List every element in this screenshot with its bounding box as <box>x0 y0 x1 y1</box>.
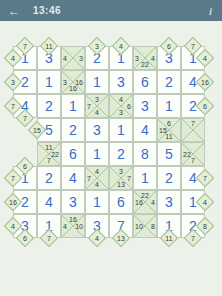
cell-value: 1 <box>93 74 101 90</box>
grid-cell-r3c3[interactable]: 1 <box>61 94 85 118</box>
cell-value: 6 <box>117 194 125 210</box>
clue-sum: 6 <box>127 103 131 110</box>
grid-cell-r7c4[interactable]: 1 <box>85 190 109 214</box>
cell-value: 1 <box>165 98 173 114</box>
cell-value: 6 <box>141 74 149 90</box>
clue-sum: 4 <box>63 223 67 230</box>
clue-sum: 7 <box>20 113 31 124</box>
grid-cell-r7c3[interactable]: 3 <box>61 190 85 214</box>
grid-cell-r6c2[interactable]: 2 <box>37 166 61 190</box>
back-arrow-icon[interactable]: ← <box>8 5 20 17</box>
clue-sum: 11 <box>165 133 172 140</box>
clue-sum: 11 <box>164 233 175 244</box>
clue-sum: 16 <box>8 197 19 208</box>
clue-sum: 4 <box>8 53 19 64</box>
clue-sum: 4 <box>200 197 211 208</box>
grid-cell-r5c7[interactable]: 5 <box>157 142 181 166</box>
cell-value: 2 <box>45 170 53 186</box>
cell-value: 3 <box>93 122 101 138</box>
grid-cell-r2c2[interactable]: 1 <box>37 70 61 94</box>
cell-value: 2 <box>69 122 77 138</box>
cell-value: 2 <box>45 98 53 114</box>
grid-cell-r5c3[interactable]: 6 <box>61 142 85 166</box>
app-bar: ← 13:46 i <box>0 0 222 21</box>
clue-sum: 4 <box>95 168 99 175</box>
cell-value: 4 <box>45 194 53 210</box>
grid-cell-r2c7[interactable]: 2 <box>157 70 181 94</box>
clue-sum: 22 <box>141 61 149 68</box>
clue-sum: 4 <box>92 233 103 244</box>
grid-cell-r5c4[interactable]: 1 <box>85 142 109 166</box>
clue-sum: 7 <box>87 175 91 182</box>
cell-value: 4 <box>69 170 77 186</box>
grid-cell-r2c6[interactable]: 6 <box>133 70 157 94</box>
clue-sum: 4 <box>116 41 127 52</box>
clue-sum: 4 <box>8 221 19 232</box>
cell-value: 2 <box>117 146 125 162</box>
clue-sum: 4 <box>95 181 99 188</box>
grid-cell-r7c2[interactable]: 4 <box>37 190 61 214</box>
grid-cell-r4c4[interactable]: 3 <box>85 118 109 142</box>
clue-sum: 7 <box>44 233 55 244</box>
cell-value: 1 <box>69 98 77 114</box>
cell-value: 3 <box>69 194 77 210</box>
clue-sum: 16 <box>69 85 77 92</box>
clue-sum: 7 <box>188 41 199 52</box>
clue-sum: 11 <box>44 41 55 52</box>
clue-sum: 6 <box>20 161 31 172</box>
cell-value: 2 <box>165 170 173 186</box>
clue-sum: 4 <box>63 55 67 62</box>
clue-sum: 3 <box>135 55 139 62</box>
clue-sum: 10 <box>75 223 83 230</box>
clue-cell-r6c4: 744 <box>85 166 109 190</box>
cell-value: 3 <box>117 74 125 90</box>
clue-sum: 6 <box>20 233 31 244</box>
clue-cell-r5c2: 11227 <box>37 142 61 166</box>
clue-cell-r1c6: 3422 <box>133 46 157 70</box>
clue-sum: 7 <box>191 120 195 127</box>
clue-sum: 6 <box>164 41 175 52</box>
grid-cell-r6c3[interactable]: 4 <box>61 166 85 190</box>
clue-cell-r6c5: 3713 <box>109 166 133 190</box>
cell-value: 1 <box>45 74 53 90</box>
clue-sum: 7 <box>200 173 211 184</box>
clue-sum: 10 <box>135 223 143 230</box>
clue-sum: 3 <box>79 55 83 62</box>
cell-value: 3 <box>165 194 173 210</box>
grid-cell-r6c6[interactable]: 1 <box>133 166 157 190</box>
clue-cell-r7c6: 16224 <box>133 190 157 214</box>
clue-cell-r8c6: 108 <box>133 214 157 238</box>
grid-cell-r7c7[interactable]: 3 <box>157 190 181 214</box>
clue-cell-r5c8: 227 <box>181 142 205 166</box>
grid-cell-r4c5[interactable]: 1 <box>109 118 133 142</box>
clue-sum: 3 <box>119 109 123 116</box>
grid-cell-r3c6[interactable]: 3 <box>133 94 157 118</box>
grid-cell-r3c7[interactable]: 1 <box>157 94 181 118</box>
clue-sum: 3 <box>92 41 103 52</box>
clue-sum: 6 <box>167 120 171 127</box>
clue-sum: 7 <box>191 157 195 164</box>
clue-sum: 13 <box>116 233 127 244</box>
cell-value: 6 <box>69 146 77 162</box>
clue-sum: 7 <box>47 157 51 164</box>
clue-sum: 22 <box>51 151 59 158</box>
info-icon[interactable]: i <box>207 5 214 17</box>
clue-sum: 7 <box>20 41 31 52</box>
cell-value: 3 <box>141 98 149 114</box>
clue-sum: 4 <box>151 199 155 206</box>
clue-cell-r3c4: 734 <box>85 94 109 118</box>
grid-cell-r5c6[interactable]: 8 <box>133 142 157 166</box>
clue-sum: 7 <box>87 103 91 110</box>
clue-sum: 8 <box>200 221 211 232</box>
cell-value: 1 <box>93 146 101 162</box>
grid-cell-r4c3[interactable]: 2 <box>61 118 85 142</box>
cell-value: 4 <box>141 122 149 138</box>
clue-cell-r3c5: 463 <box>109 94 133 118</box>
clue-sum: 16 <box>135 199 143 206</box>
grid-cell-r4c6[interactable]: 4 <box>133 118 157 142</box>
clue-sum: 8 <box>151 223 155 230</box>
cell-value: 1 <box>117 122 125 138</box>
cell-value: 5 <box>45 122 53 138</box>
grid-cell-r2c5[interactable]: 3 <box>109 70 133 94</box>
clue-sum: 4 <box>200 53 211 64</box>
clue-cell-r4c8: 7 <box>181 118 205 142</box>
clue-sum: 13 <box>117 181 125 188</box>
cell-value: 2 <box>21 194 29 210</box>
kakuro-board: 1343213422312131616136244217344633125231… <box>13 46 205 238</box>
clue-sum: 4 <box>95 109 99 116</box>
clue-cell-r2c3: 31616 <box>61 70 85 94</box>
cell-value: 5 <box>165 146 173 162</box>
grid-cell-r5c5[interactable]: 2 <box>109 142 133 166</box>
clue-sum: 4 <box>119 96 123 103</box>
cell-value: 2 <box>165 74 173 90</box>
clue-sum: 22 <box>183 151 191 158</box>
clue-sum: 7 <box>127 175 131 182</box>
clue-sum: 15 <box>32 125 43 136</box>
clue-cell-r8c3: 41610 <box>61 214 85 238</box>
grid-cell-r6c7[interactable]: 2 <box>157 166 181 190</box>
clue-sum: 7 <box>8 173 19 184</box>
grid-cell-r3c2[interactable]: 2 <box>37 94 61 118</box>
clue-sum: 3 <box>119 168 123 175</box>
clue-sum: 22 <box>141 192 149 199</box>
grid-cell-r7c5[interactable]: 6 <box>109 190 133 214</box>
cell-value: 2 <box>21 74 29 90</box>
cell-value: 1 <box>93 194 101 210</box>
timer-label: 13:46 <box>33 5 61 16</box>
cell-value: 8 <box>141 146 149 162</box>
clue-cell-r4c7: 15611 <box>157 118 181 142</box>
clue-sum: 3 <box>8 77 19 88</box>
clue-cell-r1c3: 43 <box>61 46 85 70</box>
clue-sum: 16 <box>200 77 211 88</box>
clue-sum: 6 <box>200 101 211 112</box>
cell-value: 1 <box>141 170 149 186</box>
clue-sum: 7 <box>188 233 199 244</box>
clue-sum: 3 <box>63 79 67 86</box>
clue-sum: 7 <box>8 101 19 112</box>
clue-sum: 3 <box>95 96 99 103</box>
clue-sum: 4 <box>151 55 155 62</box>
grid-cell-r2c4[interactable]: 1 <box>85 70 109 94</box>
